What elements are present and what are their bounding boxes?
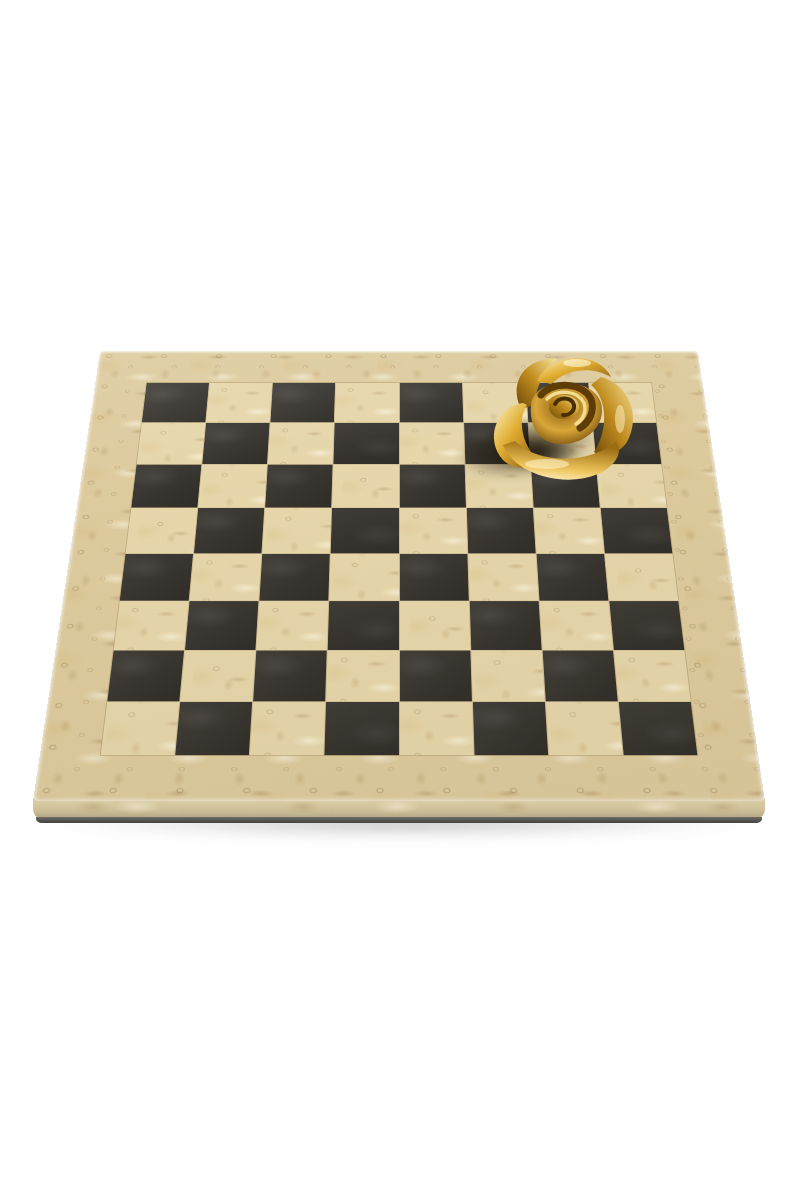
brass-rose-figurine [477, 347, 649, 483]
board-square[interactable] [131, 465, 201, 508]
board-square[interactable] [250, 702, 325, 755]
board-square[interactable] [263, 508, 332, 553]
board-square[interactable] [190, 554, 262, 601]
board-square[interactable] [469, 601, 541, 650]
board-square[interactable] [107, 650, 184, 701]
board-square[interactable] [614, 650, 691, 701]
board-square[interactable] [328, 601, 399, 650]
board-square[interactable] [114, 601, 189, 650]
board-square[interactable] [335, 383, 399, 423]
board-square[interactable] [137, 423, 206, 464]
board-square[interactable] [399, 702, 473, 755]
board-square[interactable] [101, 702, 180, 755]
board-square[interactable] [473, 702, 548, 755]
board-square[interactable] [253, 650, 327, 701]
board-square[interactable] [185, 601, 259, 650]
board-square[interactable] [601, 508, 673, 553]
board-square[interactable] [399, 508, 467, 553]
rose-glint [563, 359, 591, 367]
board-square[interactable] [609, 601, 684, 650]
board-square[interactable] [142, 383, 209, 423]
board-square[interactable] [268, 423, 334, 464]
chess-board [33, 351, 765, 801]
board-square[interactable] [126, 508, 198, 553]
board-square[interactable] [265, 465, 332, 508]
board-square[interactable] [330, 554, 399, 601]
board-square[interactable] [546, 702, 623, 755]
board-bottom-edge [36, 817, 762, 823]
board-square[interactable] [198, 465, 267, 508]
board-square[interactable] [399, 601, 470, 650]
board-square[interactable] [605, 554, 678, 601]
board-square[interactable] [202, 423, 269, 464]
board-square[interactable] [271, 383, 336, 423]
board-square[interactable] [260, 554, 330, 601]
board-square[interactable] [120, 554, 193, 601]
board-square[interactable] [206, 383, 272, 423]
board-square[interactable] [334, 423, 399, 464]
board-square[interactable] [536, 554, 608, 601]
product-photo [0, 0, 800, 1200]
board-square[interactable] [175, 702, 252, 755]
board-square[interactable] [194, 508, 264, 553]
board-side-edge [33, 799, 765, 818]
board-square[interactable] [332, 465, 398, 508]
board-square[interactable] [325, 702, 399, 755]
board-square[interactable] [619, 702, 698, 755]
board-square[interactable] [466, 508, 535, 553]
board-square[interactable] [257, 601, 329, 650]
board-square[interactable] [471, 650, 545, 701]
board-square[interactable] [399, 554, 468, 601]
board-square[interactable] [539, 601, 613, 650]
board-square[interactable] [542, 650, 617, 701]
board-square[interactable] [399, 650, 471, 701]
board-square[interactable] [180, 650, 255, 701]
rose-glint [525, 459, 569, 469]
board-square[interactable] [331, 508, 399, 553]
rose-glint [615, 405, 625, 433]
board-square[interactable] [399, 383, 463, 423]
board-square[interactable] [326, 650, 398, 701]
board-square[interactable] [468, 554, 538, 601]
board-square[interactable] [534, 508, 604, 553]
